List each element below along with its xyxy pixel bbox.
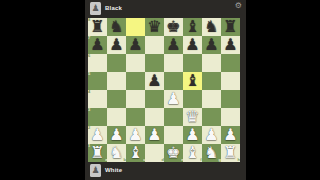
piece-white-pawn[interactable]: ♟: [223, 127, 237, 143]
square-f1[interactable]: f♝: [183, 144, 202, 162]
square-d3[interactable]: [145, 108, 164, 126]
player-bar-black: ♟ Black: [90, 1, 122, 15]
square-c1[interactable]: c♝: [126, 144, 145, 162]
square-c4[interactable]: [126, 90, 145, 108]
square-e4[interactable]: ♟: [164, 90, 183, 108]
square-c3[interactable]: [126, 108, 145, 126]
square-h7[interactable]: ♟: [221, 36, 240, 54]
piece-white-knight[interactable]: ♞: [109, 145, 123, 161]
square-a1[interactable]: 1a♜: [88, 144, 107, 162]
square-f7[interactable]: ♟: [183, 36, 202, 54]
piece-white-pawn[interactable]: ♟: [147, 127, 161, 143]
settings-gear-icon[interactable]: ⚙: [235, 2, 242, 10]
avatar-white[interactable]: ♟: [90, 164, 101, 177]
player-name-black: Black: [105, 5, 122, 11]
square-h6[interactable]: [221, 54, 240, 72]
square-g1[interactable]: g♞: [202, 144, 221, 162]
piece-black-queen[interactable]: ♛: [147, 19, 161, 35]
square-g4[interactable]: [202, 90, 221, 108]
piece-white-pawn[interactable]: ♟: [185, 127, 199, 143]
square-f2[interactable]: ♟: [183, 126, 202, 144]
square-g7[interactable]: ♟: [202, 36, 221, 54]
square-e3[interactable]: [164, 108, 183, 126]
square-d1[interactable]: d: [145, 144, 164, 162]
square-d8[interactable]: ♛: [145, 18, 164, 36]
square-h5[interactable]: [221, 72, 240, 90]
piece-white-queen[interactable]: ♛: [185, 109, 199, 125]
piece-black-pawn[interactable]: ♟: [166, 37, 180, 53]
piece-white-pawn[interactable]: ♟: [204, 127, 218, 143]
square-c7[interactable]: ♟: [126, 36, 145, 54]
square-d5[interactable]: ♟: [145, 72, 164, 90]
piece-white-rook[interactable]: ♜: [223, 145, 237, 161]
square-c5[interactable]: [126, 72, 145, 90]
square-b1[interactable]: b♞: [107, 144, 126, 162]
piece-black-rook[interactable]: ♜: [90, 19, 104, 35]
square-b7[interactable]: ♟: [107, 36, 126, 54]
square-b3[interactable]: [107, 108, 126, 126]
square-c8[interactable]: [126, 18, 145, 36]
avatar-pawn-icon: ♟: [91, 166, 99, 175]
square-e6[interactable]: [164, 54, 183, 72]
piece-white-pawn[interactable]: ♟: [90, 127, 104, 143]
piece-black-rook[interactable]: ♜: [223, 19, 237, 35]
square-e8[interactable]: ♚: [164, 18, 183, 36]
square-c6[interactable]: [126, 54, 145, 72]
piece-white-knight[interactable]: ♞: [204, 145, 218, 161]
player-name-white: White: [105, 167, 122, 173]
rank-label-4: 4: [88, 90, 90, 94]
square-a6[interactable]: 6: [88, 54, 107, 72]
square-b8[interactable]: ♞: [107, 18, 126, 36]
square-g2[interactable]: ♟: [202, 126, 221, 144]
piece-white-rook[interactable]: ♜: [90, 145, 104, 161]
avatar-black[interactable]: ♟: [90, 2, 101, 15]
square-d6[interactable]: [145, 54, 164, 72]
avatar-pawn-icon: ♟: [91, 4, 99, 13]
piece-white-bishop[interactable]: ♝: [128, 145, 142, 161]
square-b6[interactable]: [107, 54, 126, 72]
app-stage: ♟ Black ⚙ 8♜♞♛♚♝♞♜7♟♟♟♟♟♟♟65♟♝4♟3♛2♟♟♟♟♟…: [85, 0, 246, 180]
square-a4[interactable]: 4: [88, 90, 107, 108]
square-f3[interactable]: ♛: [183, 108, 202, 126]
square-g3[interactable]: [202, 108, 221, 126]
piece-black-bishop[interactable]: ♝: [185, 19, 199, 35]
square-f6[interactable]: [183, 54, 202, 72]
piece-black-bishop[interactable]: ♝: [185, 73, 199, 89]
square-b2[interactable]: ♟: [107, 126, 126, 144]
piece-black-pawn[interactable]: ♟: [128, 37, 142, 53]
square-e7[interactable]: ♟: [164, 36, 183, 54]
square-a7[interactable]: 7♟: [88, 36, 107, 54]
square-d7[interactable]: [145, 36, 164, 54]
piece-black-pawn[interactable]: ♟: [90, 37, 104, 53]
square-h4[interactable]: [221, 90, 240, 108]
square-f8[interactable]: ♝: [183, 18, 202, 36]
chess-board: 8♜♞♛♚♝♞♜7♟♟♟♟♟♟♟65♟♝4♟3♛2♟♟♟♟♟♟♟1a♜b♞c♝d…: [88, 18, 240, 162]
square-f4[interactable]: [183, 90, 202, 108]
file-label-h: h: [238, 158, 240, 162]
square-e2[interactable]: [164, 126, 183, 144]
piece-black-king[interactable]: ♚: [166, 19, 180, 35]
square-d4[interactable]: [145, 90, 164, 108]
square-e5[interactable]: [164, 72, 183, 90]
square-d2[interactable]: ♟: [145, 126, 164, 144]
piece-white-pawn[interactable]: ♟: [166, 91, 180, 107]
square-g6[interactable]: [202, 54, 221, 72]
piece-black-pawn[interactable]: ♟: [185, 37, 199, 53]
piece-black-pawn[interactable]: ♟: [109, 37, 123, 53]
square-e1[interactable]: e♚: [164, 144, 183, 162]
square-h2[interactable]: ♟: [221, 126, 240, 144]
square-a5[interactable]: 5: [88, 72, 107, 90]
square-g5[interactable]: [202, 72, 221, 90]
piece-black-pawn[interactable]: ♟: [204, 37, 218, 53]
rank-label-3: 3: [88, 108, 90, 112]
square-b5[interactable]: [107, 72, 126, 90]
square-g8[interactable]: ♞: [202, 18, 221, 36]
player-bar-white: ♟ White: [90, 163, 122, 177]
rank-label-5: 5: [88, 72, 90, 76]
piece-black-knight[interactable]: ♞: [204, 19, 218, 35]
square-c2[interactable]: ♟: [126, 126, 145, 144]
square-h3[interactable]: [221, 108, 240, 126]
square-h1[interactable]: h♜: [221, 144, 240, 162]
square-a8[interactable]: 8♜: [88, 18, 107, 36]
square-b4[interactable]: [107, 90, 126, 108]
piece-black-knight[interactable]: ♞: [109, 19, 123, 35]
square-a3[interactable]: 3: [88, 108, 107, 126]
piece-black-pawn[interactable]: ♟: [223, 37, 237, 53]
piece-white-pawn[interactable]: ♟: [128, 127, 142, 143]
piece-white-pawn[interactable]: ♟: [109, 127, 123, 143]
piece-white-bishop[interactable]: ♝: [185, 145, 199, 161]
square-f5[interactable]: ♝: [183, 72, 202, 90]
square-h8[interactable]: ♜: [221, 18, 240, 36]
rank-label-6: 6: [88, 54, 90, 58]
square-a2[interactable]: 2♟: [88, 126, 107, 144]
piece-black-pawn[interactable]: ♟: [147, 73, 161, 89]
piece-white-king[interactable]: ♚: [166, 145, 180, 161]
